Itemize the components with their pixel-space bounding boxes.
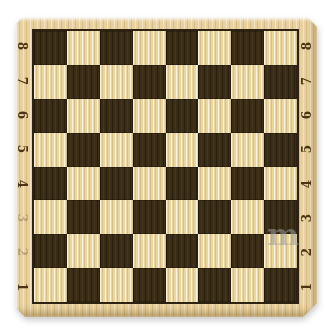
square-h4 xyxy=(264,167,297,201)
rank-label-text: 2 xyxy=(15,248,29,256)
square-g8 xyxy=(231,31,264,65)
square-b8 xyxy=(67,31,100,65)
square-b5 xyxy=(67,133,100,167)
square-g3 xyxy=(231,200,264,234)
square-d5 xyxy=(133,133,166,167)
square-a5 xyxy=(34,133,67,167)
rank-label-left-1: 1 xyxy=(17,270,28,304)
square-h6 xyxy=(264,99,297,133)
square-f1 xyxy=(198,268,231,302)
square-b2 xyxy=(67,234,100,268)
rank-label-right-2: 2 xyxy=(302,235,313,269)
rank-label-text: 4 xyxy=(300,180,314,188)
square-f6 xyxy=(198,99,231,133)
square-h1 xyxy=(264,268,297,302)
rank-label-text: 4 xyxy=(15,180,29,188)
rank-label-text: 5 xyxy=(15,145,29,153)
square-a7 xyxy=(34,65,67,99)
square-d3 xyxy=(133,200,166,234)
square-e5 xyxy=(166,133,199,167)
rank-label-right-3: 3 xyxy=(302,201,313,235)
square-d8 xyxy=(133,31,166,65)
square-a6 xyxy=(34,99,67,133)
square-c2 xyxy=(100,234,133,268)
rank-label-left-2: 2 xyxy=(17,235,28,269)
square-a8 xyxy=(34,31,67,65)
chessboard: 87654321 87654321 m xyxy=(16,18,317,317)
square-c3 xyxy=(100,200,133,234)
square-g1 xyxy=(231,268,264,302)
square-c7 xyxy=(100,65,133,99)
square-g2 xyxy=(231,234,264,268)
rank-label-left-4: 4 xyxy=(17,167,28,201)
rank-label-text: 6 xyxy=(300,111,314,119)
square-d2 xyxy=(133,234,166,268)
rank-label-text: 7 xyxy=(15,76,29,84)
square-g4 xyxy=(231,167,264,201)
rank-label-right-8: 8 xyxy=(302,29,313,63)
square-b7 xyxy=(67,65,100,99)
square-f7 xyxy=(198,65,231,99)
square-f8 xyxy=(198,31,231,65)
rank-label-text: 1 xyxy=(15,283,29,291)
rank-label-right-5: 5 xyxy=(302,132,313,166)
square-f3 xyxy=(198,200,231,234)
square-d6 xyxy=(133,99,166,133)
square-f5 xyxy=(198,133,231,167)
rank-label-text: 7 xyxy=(300,76,314,84)
square-g6 xyxy=(231,99,264,133)
square-a4 xyxy=(34,167,67,201)
square-e3 xyxy=(166,200,199,234)
rank-label-text: 3 xyxy=(300,214,314,222)
board-shadow-wrapper: 87654321 87654321 m xyxy=(0,0,333,333)
rank-label-text: 3 xyxy=(15,214,29,222)
square-e2 xyxy=(166,234,199,268)
photo-background: 87654321 87654321 m xyxy=(0,0,333,333)
square-c1 xyxy=(100,268,133,302)
square-d7 xyxy=(133,65,166,99)
square-c5 xyxy=(100,133,133,167)
square-c6 xyxy=(100,99,133,133)
square-f4 xyxy=(198,167,231,201)
rank-labels-left: 87654321 xyxy=(17,29,28,304)
square-e1 xyxy=(166,268,199,302)
square-a2 xyxy=(34,234,67,268)
rank-label-text: 2 xyxy=(300,248,314,256)
square-g5 xyxy=(231,133,264,167)
square-h5 xyxy=(264,133,297,167)
square-c4 xyxy=(100,167,133,201)
chessboard-grid xyxy=(32,29,299,304)
square-g7 xyxy=(231,65,264,99)
rank-label-left-8: 8 xyxy=(17,29,28,63)
rank-label-right-6: 6 xyxy=(302,98,313,132)
square-e6 xyxy=(166,99,199,133)
rank-label-left-5: 5 xyxy=(17,132,28,166)
square-c8 xyxy=(100,31,133,65)
square-b6 xyxy=(67,99,100,133)
rank-label-text: 1 xyxy=(300,283,314,291)
square-e8 xyxy=(166,31,199,65)
square-a3 xyxy=(34,200,67,234)
square-a1 xyxy=(34,268,67,302)
rank-label-text: 8 xyxy=(300,42,314,50)
rank-label-right-1: 1 xyxy=(302,270,313,304)
rank-label-left-7: 7 xyxy=(17,63,28,97)
square-b1 xyxy=(67,268,100,302)
square-e4 xyxy=(166,167,199,201)
square-d4 xyxy=(133,167,166,201)
rank-labels-right: 87654321 xyxy=(302,29,313,304)
square-h7 xyxy=(264,65,297,99)
square-b3 xyxy=(67,200,100,234)
square-h8 xyxy=(264,31,297,65)
rank-label-left-3: 3 xyxy=(17,201,28,235)
square-d1 xyxy=(133,268,166,302)
rank-label-text: 8 xyxy=(15,42,29,50)
rank-label-left-6: 6 xyxy=(17,98,28,132)
rank-label-right-4: 4 xyxy=(302,167,313,201)
rank-label-text: 5 xyxy=(300,145,314,153)
square-f2 xyxy=(198,234,231,268)
square-e7 xyxy=(166,65,199,99)
square-b4 xyxy=(67,167,100,201)
rank-label-text: 6 xyxy=(15,111,29,119)
rank-label-right-7: 7 xyxy=(302,63,313,97)
watermark: m xyxy=(266,220,300,252)
